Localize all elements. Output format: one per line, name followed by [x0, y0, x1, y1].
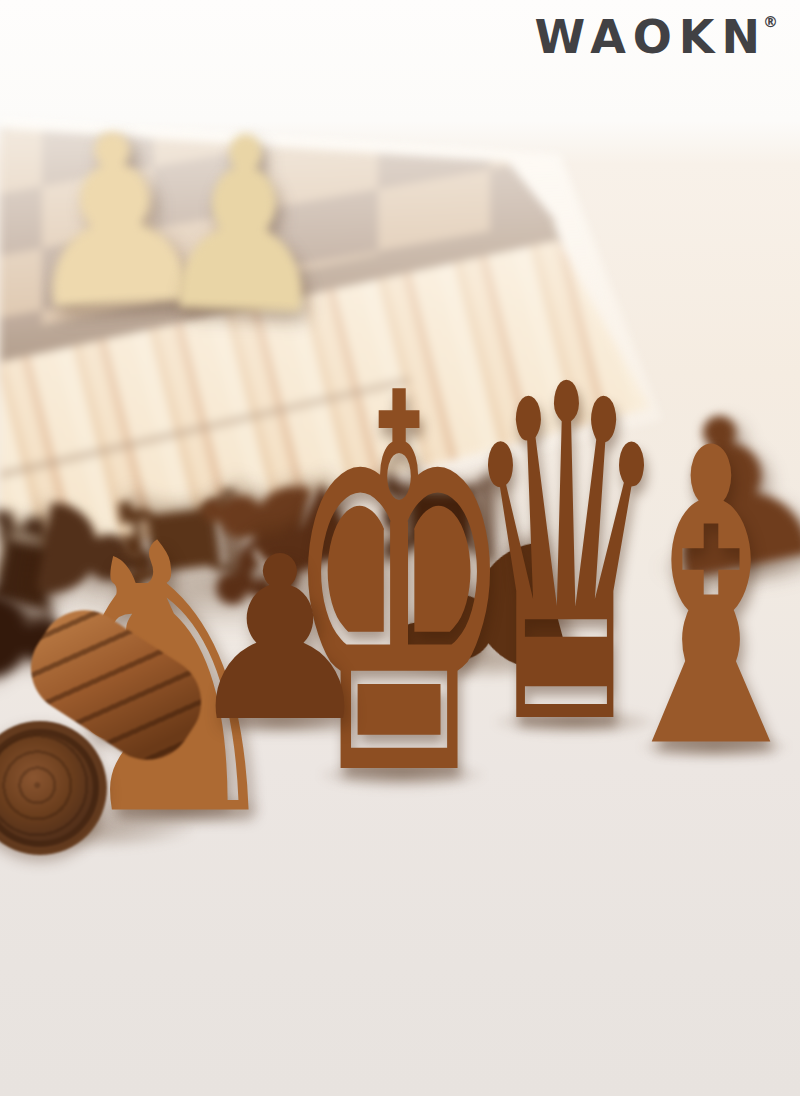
brand-logo: WAOKN® — [534, 14, 778, 60]
bishop-dark: ♝ — [598, 416, 800, 783]
brand-name: WAOKN — [534, 10, 767, 64]
piece-layer: ♜♟♟♜♟♝♜♟♟♟♟♚♛♞♟♝ — [0, 0, 800, 1096]
fallen-pawn-base-disc — [0, 721, 107, 855]
registered-trademark-icon: ® — [763, 13, 778, 31]
product-photo-scene: WAOKN® ♜♟♟♜♟♝♜♟♟♟♟♚♛♞♟♝ — [0, 0, 800, 1096]
fallen-pawn-base-toward-camera — [0, 618, 230, 878]
